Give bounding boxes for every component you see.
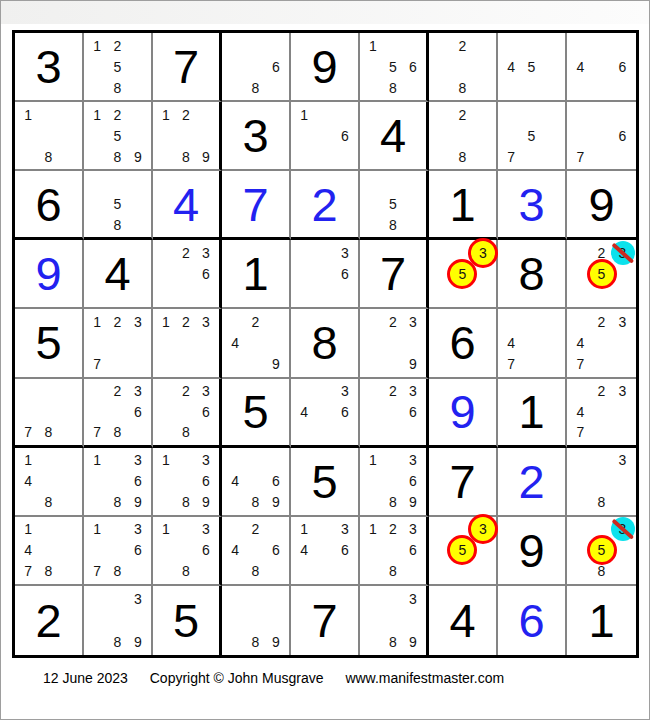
empty-candidate-slot — [314, 519, 334, 540]
cell-r3c6[interactable]: 58 — [360, 171, 429, 240]
empty-candidate-slot — [196, 284, 216, 305]
candidate-2: 2 — [245, 311, 265, 332]
cell-r6c8[interactable]: 1 — [498, 379, 567, 448]
empty-candidate-slot — [128, 173, 148, 194]
candidate-5: 5 — [107, 194, 127, 215]
empty-candidate-slot — [403, 422, 423, 443]
caption-copyright: Copyright © John Musgrave — [150, 670, 324, 686]
cell-r5c9[interactable]: 2347 — [567, 309, 636, 378]
empty-candidate-slot — [403, 215, 423, 236]
candidate-6: 6 — [335, 540, 355, 561]
cell-r8c1[interactable]: 1478 — [15, 517, 84, 586]
cell-r9c6[interactable]: 389 — [360, 586, 429, 655]
cell-r1c3[interactable]: 7 — [153, 33, 222, 102]
empty-candidate-slot — [591, 104, 612, 125]
empty-candidate-slot — [176, 263, 196, 284]
empty-candidate-slot — [363, 588, 383, 610]
empty-candidate-slot — [612, 146, 633, 167]
empty-candidate-slot — [612, 332, 633, 353]
cell-r6c9[interactable]: 2347 — [567, 379, 636, 448]
candidate-6: 6 — [612, 56, 633, 77]
empty-candidate-slot — [363, 215, 383, 236]
pencil-marks: 4689 — [222, 448, 289, 515]
empty-candidate-slot — [107, 519, 127, 540]
empty-candidate-slot — [383, 471, 403, 492]
empty-candidate-slot — [156, 284, 176, 305]
empty-candidate-slot — [612, 471, 633, 492]
candidate-8: 8 — [176, 492, 196, 513]
pencil-marks: 2468 — [222, 517, 289, 584]
empty-candidate-slot — [176, 540, 196, 561]
empty-candidate-slot — [176, 284, 196, 305]
cell-r6c7[interactable]: 9 — [429, 379, 498, 448]
cell-r1c4[interactable]: 68 — [222, 33, 291, 102]
empty-candidate-slot — [176, 471, 196, 492]
given-digit: 5 — [291, 448, 358, 515]
candidate-5: 5 — [521, 56, 541, 77]
candidate-8: 8 — [107, 492, 127, 513]
empty-candidate-slot — [473, 35, 493, 56]
cell-r5c8[interactable]: 47 — [498, 309, 567, 378]
candidate-3: 3 — [403, 588, 423, 610]
candidate-8: 8 — [591, 492, 612, 513]
empty-candidate-slot — [176, 354, 196, 375]
cell-r7c1[interactable]: 148 — [15, 448, 84, 517]
empty-candidate-slot — [87, 540, 107, 561]
empty-candidate-slot — [591, 450, 612, 471]
candidate-3: 3 — [128, 311, 148, 332]
empty-candidate-slot — [612, 77, 633, 98]
cell-r2c5[interactable]: 16 — [291, 102, 360, 171]
cell-r4c2[interactable]: 4 — [84, 240, 153, 309]
cell-r3c9[interactable]: 9 — [567, 171, 636, 240]
candidate-2: 2 — [176, 242, 196, 263]
cell-r1c7[interactable]: 28 — [429, 33, 498, 102]
empty-candidate-slot — [521, 354, 541, 375]
candidate-8: 8 — [452, 77, 472, 98]
candidate-8: 8 — [38, 561, 58, 582]
empty-candidate-slot — [542, 56, 562, 77]
cell-r7c3[interactable]: 13689 — [153, 448, 222, 517]
cell-r4c7[interactable]: 35 — [429, 240, 498, 309]
empty-candidate-slot — [266, 77, 286, 98]
empty-candidate-slot — [156, 540, 176, 561]
cell-r4c1[interactable]: 9 — [15, 240, 84, 309]
empty-candidate-slot — [432, 561, 452, 582]
cell-r3c2[interactable]: 58 — [84, 171, 153, 240]
cell-r1c5[interactable]: 9 — [291, 33, 360, 102]
candidate-4: 4 — [501, 56, 521, 77]
candidate-3: 3 — [612, 450, 633, 471]
cell-r8c9[interactable]: 358 — [567, 517, 636, 586]
empty-candidate-slot — [225, 610, 245, 632]
empty-candidate-slot — [570, 284, 591, 305]
empty-candidate-slot — [176, 450, 196, 471]
given-digit: 1 — [429, 171, 496, 237]
candidate-8: 8 — [452, 146, 472, 167]
empty-candidate-slot — [107, 540, 127, 561]
candidate-9: 9 — [266, 492, 286, 513]
cell-r8c2[interactable]: 13678 — [84, 517, 153, 586]
empty-candidate-slot — [612, 561, 633, 582]
candidate-8: 8 — [245, 631, 265, 653]
pencil-marks: 13689 — [153, 448, 219, 515]
cell-r8c3[interactable]: 1368 — [153, 517, 222, 586]
cell-r4c9[interactable]: 235 — [567, 240, 636, 309]
cell-r1c9[interactable]: 46 — [567, 33, 636, 102]
cell-r5c4[interactable]: 249 — [222, 309, 291, 378]
empty-candidate-slot — [542, 332, 562, 353]
pencil-marks: 36 — [291, 240, 358, 307]
cell-r4c3[interactable]: 236 — [153, 240, 222, 309]
empty-candidate-slot — [432, 35, 452, 56]
candidate-7: 7 — [87, 422, 107, 443]
pencil-marks: 89 — [222, 586, 289, 655]
empty-candidate-slot — [501, 35, 521, 56]
candidate-1: 1 — [294, 104, 314, 125]
candidate-7: 7 — [87, 354, 107, 375]
candidate-1: 1 — [156, 104, 176, 125]
cell-r3c8[interactable]: 3 — [498, 171, 567, 240]
cell-r5c5[interactable]: 8 — [291, 309, 360, 378]
cell-r9c5[interactable]: 7 — [291, 586, 360, 655]
empty-candidate-slot — [403, 77, 423, 98]
empty-candidate-slot — [335, 146, 355, 167]
cell-r2c8[interactable]: 57 — [498, 102, 567, 171]
empty-candidate-slot — [266, 311, 286, 332]
cell-r6c4[interactable]: 5 — [222, 379, 291, 448]
pencil-marks: 58 — [360, 171, 426, 237]
candidate-5: 5 — [452, 263, 472, 284]
empty-candidate-slot — [266, 332, 286, 353]
cell-r7c2[interactable]: 13689 — [84, 448, 153, 517]
empty-candidate-slot — [314, 401, 334, 422]
empty-candidate-slot — [363, 173, 383, 194]
empty-candidate-slot — [570, 471, 591, 492]
cell-r9c8[interactable]: 6 — [498, 586, 567, 655]
cell-r9c9[interactable]: 1 — [567, 586, 636, 655]
empty-candidate-slot — [335, 422, 355, 443]
candidate-2: 2 — [383, 381, 403, 402]
empty-candidate-slot — [225, 450, 245, 471]
empty-candidate-slot — [383, 401, 403, 422]
cell-r9c7[interactable]: 4 — [429, 586, 498, 655]
candidate-2: 2 — [107, 381, 127, 402]
empty-candidate-slot — [87, 215, 107, 236]
cell-r4c5[interactable]: 36 — [291, 240, 360, 309]
cell-r8c7[interactable]: 35 — [429, 517, 498, 586]
empty-candidate-slot — [156, 146, 176, 167]
cell-r9c2[interactable]: 389 — [84, 586, 153, 655]
empty-candidate-slot — [87, 77, 107, 98]
candidate-4: 4 — [225, 332, 245, 353]
cell-r6c5[interactable]: 346 — [291, 379, 360, 448]
candidate-3: 3 — [128, 450, 148, 471]
cell-r2c4[interactable]: 3 — [222, 102, 291, 171]
candidate-4: 4 — [294, 401, 314, 422]
solved-digit: 9 — [15, 240, 82, 307]
candidate-7: 7 — [570, 422, 591, 443]
candidate-7: 7 — [501, 354, 521, 375]
candidate-4: 4 — [570, 56, 591, 77]
cell-r1c8[interactable]: 45 — [498, 33, 567, 102]
candidate-1: 1 — [156, 450, 176, 471]
pencil-marks: 68 — [222, 33, 289, 100]
candidate-1: 1 — [87, 104, 107, 125]
cell-r5c6[interactable]: 239 — [360, 309, 429, 378]
pencil-marks: 18 — [15, 102, 82, 169]
cell-r8c5[interactable]: 1346 — [291, 517, 360, 586]
candidate-2: 2 — [107, 104, 127, 125]
empty-candidate-slot — [363, 471, 383, 492]
cell-r7c7[interactable]: 7 — [429, 448, 498, 517]
empty-candidate-slot — [128, 332, 148, 353]
cell-r6c6[interactable]: 236 — [360, 379, 429, 448]
candidate-1: 1 — [363, 450, 383, 471]
empty-candidate-slot — [38, 471, 58, 492]
empty-candidate-slot — [570, 450, 591, 471]
empty-candidate-slot — [363, 381, 383, 402]
empty-candidate-slot — [501, 125, 521, 146]
cell-r7c4[interactable]: 4689 — [222, 448, 291, 517]
empty-candidate-slot — [521, 146, 541, 167]
pencil-marks: 78 — [15, 379, 82, 445]
cell-r5c2[interactable]: 1237 — [84, 309, 153, 378]
candidate-2: 2 — [452, 35, 472, 56]
candidate-6: 6 — [403, 401, 423, 422]
empty-candidate-slot — [196, 125, 216, 146]
cell-r9c3[interactable]: 5 — [153, 586, 222, 655]
candidate-1: 1 — [87, 311, 107, 332]
empty-candidate-slot — [383, 332, 403, 353]
candidate-5: 5 — [521, 125, 541, 146]
cell-r3c7[interactable]: 1 — [429, 171, 498, 240]
empty-candidate-slot — [38, 125, 58, 146]
candidate-6: 6 — [335, 125, 355, 146]
caption-date: 12 June 2023 — [43, 670, 128, 686]
cell-r2c9[interactable]: 67 — [567, 102, 636, 171]
empty-candidate-slot — [383, 173, 403, 194]
cell-r6c1[interactable]: 78 — [15, 379, 84, 448]
empty-candidate-slot — [363, 311, 383, 332]
empty-candidate-slot — [156, 332, 176, 353]
pencil-marks: 2368 — [153, 379, 219, 445]
pencil-marks: 16 — [291, 102, 358, 169]
cell-r1c1[interactable]: 3 — [15, 33, 84, 102]
empty-candidate-slot — [570, 104, 591, 125]
candidate-5: 5 — [591, 263, 612, 284]
empty-candidate-slot — [266, 561, 286, 582]
pencil-marks: 47 — [498, 309, 565, 376]
empty-candidate-slot — [591, 35, 612, 56]
pencil-marks: 249 — [222, 309, 289, 376]
empty-candidate-slot — [156, 492, 176, 513]
empty-candidate-slot — [591, 471, 612, 492]
cell-r4c4[interactable]: 1 — [222, 240, 291, 309]
empty-candidate-slot — [403, 561, 423, 582]
cell-r3c3[interactable]: 4 — [153, 171, 222, 240]
cell-r9c1[interactable]: 2 — [15, 586, 84, 655]
empty-candidate-slot — [473, 561, 493, 582]
empty-candidate-slot — [570, 35, 591, 56]
empty-candidate-slot — [473, 146, 493, 167]
empty-candidate-slot — [225, 588, 245, 610]
empty-candidate-slot — [363, 631, 383, 653]
empty-candidate-slot — [363, 332, 383, 353]
candidate-3: 3 — [196, 450, 216, 471]
pencil-marks: 2347 — [567, 379, 636, 445]
candidate-6: 6 — [128, 471, 148, 492]
pencil-marks: 28 — [429, 33, 496, 100]
cell-r7c5[interactable]: 5 — [291, 448, 360, 517]
empty-candidate-slot — [18, 125, 38, 146]
cell-r2c1[interactable]: 18 — [15, 102, 84, 171]
candidate-8: 8 — [176, 422, 196, 443]
empty-candidate-slot — [570, 492, 591, 513]
empty-candidate-slot — [314, 381, 334, 402]
candidate-9: 9 — [196, 492, 216, 513]
cell-r8c8[interactable]: 9 — [498, 517, 567, 586]
candidate-6: 6 — [196, 540, 216, 561]
solved-digit: 7 — [222, 171, 289, 237]
cell-r8c4[interactable]: 2468 — [222, 517, 291, 586]
cell-r5c1[interactable]: 5 — [15, 309, 84, 378]
empty-candidate-slot — [266, 35, 286, 56]
candidate-4: 4 — [18, 471, 38, 492]
cell-r5c7[interactable]: 6 — [429, 309, 498, 378]
candidate-2: 2 — [176, 311, 196, 332]
candidate-1: 1 — [87, 35, 107, 56]
candidate-3: 3 — [196, 242, 216, 263]
solved-digit: 2 — [291, 171, 358, 237]
candidate-9: 9 — [128, 146, 148, 167]
empty-candidate-slot — [501, 104, 521, 125]
empty-candidate-slot — [156, 381, 176, 402]
solved-digit: 9 — [429, 379, 496, 445]
pencil-marks: 1346 — [291, 517, 358, 584]
empty-candidate-slot — [225, 311, 245, 332]
cell-r7c6[interactable]: 13689 — [360, 448, 429, 517]
empty-candidate-slot — [128, 77, 148, 98]
empty-candidate-slot — [501, 311, 521, 332]
cell-r1c6[interactable]: 1568 — [360, 33, 429, 102]
empty-candidate-slot — [432, 104, 452, 125]
cell-r6c3[interactable]: 2368 — [153, 379, 222, 448]
candidate-4: 4 — [225, 540, 245, 561]
cell-r4c8[interactable]: 8 — [498, 240, 567, 309]
cell-r2c7[interactable]: 28 — [429, 102, 498, 171]
empty-candidate-slot — [225, 56, 245, 77]
empty-candidate-slot — [403, 35, 423, 56]
cell-r1c2[interactable]: 1258 — [84, 33, 153, 102]
cell-r2c6[interactable]: 4 — [360, 102, 429, 171]
cell-r2c2[interactable]: 12589 — [84, 102, 153, 171]
empty-candidate-slot — [176, 332, 196, 353]
given-digit: 7 — [429, 448, 496, 515]
empty-candidate-slot — [542, 104, 562, 125]
empty-candidate-slot — [432, 242, 452, 263]
pencil-marks: 13689 — [360, 448, 426, 515]
candidate-7: 7 — [18, 561, 38, 582]
empty-candidate-slot — [87, 631, 107, 653]
empty-candidate-slot — [128, 104, 148, 125]
empty-candidate-slot — [314, 263, 334, 284]
empty-candidate-slot — [225, 492, 245, 513]
empty-candidate-slot — [156, 471, 176, 492]
cell-r3c5[interactable]: 2 — [291, 171, 360, 240]
empty-candidate-slot — [107, 471, 127, 492]
empty-candidate-slot — [335, 284, 355, 305]
cell-r5c3[interactable]: 123 — [153, 309, 222, 378]
empty-candidate-slot — [176, 401, 196, 422]
empty-candidate-slot — [383, 35, 403, 56]
empty-candidate-slot — [176, 125, 196, 146]
empty-candidate-slot — [363, 492, 383, 513]
empty-candidate-slot — [38, 381, 58, 402]
candidate-4: 4 — [570, 401, 591, 422]
empty-candidate-slot — [452, 56, 472, 77]
cell-r9c4[interactable]: 89 — [222, 586, 291, 655]
empty-candidate-slot — [128, 610, 148, 632]
sudoku-page: 3125876891568284546181258912893164285767… — [0, 0, 650, 720]
empty-candidate-slot — [225, 77, 245, 98]
pencil-marks: 239 — [360, 309, 426, 376]
empty-candidate-slot — [225, 561, 245, 582]
empty-candidate-slot — [59, 422, 79, 443]
cell-r6c2[interactable]: 23678 — [84, 379, 153, 448]
cell-r7c8[interactable]: 2 — [498, 448, 567, 517]
candidate-3: 3 — [335, 381, 355, 402]
candidate-7: 7 — [501, 146, 521, 167]
pencil-marks: 57 — [498, 102, 565, 169]
empty-candidate-slot — [591, 125, 612, 146]
empty-candidate-slot — [591, 332, 612, 353]
given-digit: 5 — [222, 379, 289, 445]
empty-candidate-slot — [87, 492, 107, 513]
cell-r3c4[interactable]: 7 — [222, 171, 291, 240]
highlighted-candidate-circle: 5 — [447, 259, 477, 289]
empty-candidate-slot — [107, 332, 127, 353]
candidate-8: 8 — [38, 422, 58, 443]
highlighted-candidate-circle: 5 — [587, 535, 617, 565]
empty-candidate-slot — [59, 381, 79, 402]
given-digit: 1 — [498, 379, 565, 445]
empty-candidate-slot — [612, 492, 633, 513]
empty-candidate-slot — [128, 35, 148, 56]
candidate-9: 9 — [403, 492, 423, 513]
pencil-marks: 1289 — [153, 102, 219, 169]
cell-r7c9[interactable]: 38 — [567, 448, 636, 517]
candidate-8: 8 — [245, 77, 265, 98]
cell-r2c3[interactable]: 1289 — [153, 102, 222, 171]
pencil-marks: 1368 — [153, 517, 219, 584]
cell-r4c6[interactable]: 7 — [360, 240, 429, 309]
empty-candidate-slot — [591, 354, 612, 375]
empty-candidate-slot — [128, 56, 148, 77]
empty-candidate-slot — [403, 173, 423, 194]
given-digit: 4 — [429, 586, 496, 655]
given-digit: 7 — [360, 240, 426, 307]
cell-r8c6[interactable]: 12368 — [360, 517, 429, 586]
empty-candidate-slot — [591, 401, 612, 422]
empty-candidate-slot — [225, 35, 245, 56]
pencil-marks: 46 — [567, 33, 636, 100]
candidate-8: 8 — [107, 631, 127, 653]
empty-candidate-slot — [432, 125, 452, 146]
candidate-9: 9 — [403, 354, 423, 375]
cell-r3c1[interactable]: 6 — [15, 171, 84, 240]
empty-candidate-slot — [521, 104, 541, 125]
